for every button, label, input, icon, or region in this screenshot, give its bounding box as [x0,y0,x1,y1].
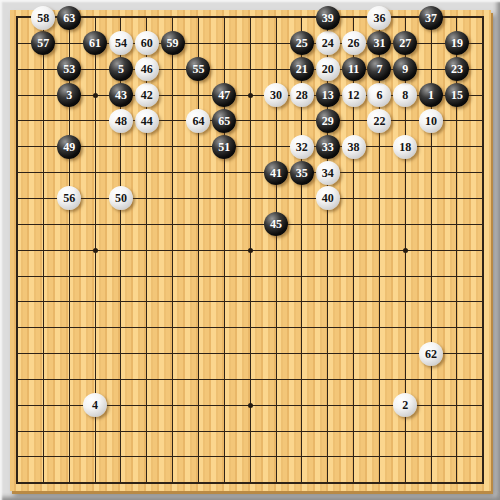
stone-black-15: 15 [445,83,469,107]
stone-move-number: 20 [322,63,334,75]
stone-black-21: 21 [290,57,314,81]
grid-line-horizontal [18,431,483,432]
stone-move-number: 39 [322,11,334,23]
stone-move-number: 58 [37,11,49,23]
stone-white-60: 60 [135,31,159,55]
stone-move-number: 30 [270,89,282,101]
stone-white-12: 12 [342,83,366,107]
stone-black-49: 49 [57,135,81,159]
stone-move-number: 32 [296,140,308,152]
stone-move-number: 36 [373,11,385,23]
stone-white-46: 46 [135,57,159,81]
stone-black-11: 11 [342,57,366,81]
stone-white-26: 26 [342,31,366,55]
stone-white-36: 36 [367,6,391,30]
stone-move-number: 9 [402,63,408,75]
stone-black-5: 5 [109,57,133,81]
stone-move-number: 63 [63,11,75,23]
stone-white-48: 48 [109,109,133,133]
stone-move-number: 41 [270,166,282,178]
grid-line-horizontal [18,301,483,302]
stone-move-number: 25 [296,37,308,49]
stone-white-58: 58 [31,6,55,30]
stone-move-number: 10 [425,114,437,126]
stone-move-number: 49 [63,140,75,152]
stone-move-number: 38 [348,140,360,152]
stone-move-number: 53 [63,63,75,75]
stone-move-number: 3 [66,89,72,101]
stone-black-39: 39 [316,6,340,30]
stone-move-number: 35 [296,166,308,178]
stone-move-number: 26 [348,37,360,49]
star-point [248,248,253,253]
stone-move-number: 55 [192,63,204,75]
stone-black-59: 59 [161,31,185,55]
stone-move-number: 48 [115,114,127,126]
stone-black-33: 33 [316,135,340,159]
stone-black-23: 23 [445,57,469,81]
star-point [93,93,98,98]
stone-white-42: 42 [135,83,159,107]
stone-black-37: 37 [419,6,443,30]
stone-move-number: 62 [425,347,437,359]
stone-white-24: 24 [316,31,340,55]
stone-move-number: 59 [167,37,179,49]
stone-black-13: 13 [316,83,340,107]
stone-move-number: 19 [451,37,463,49]
stone-move-number: 34 [322,166,334,178]
grid-line-horizontal [18,379,483,380]
star-point [248,93,253,98]
stone-move-number: 33 [322,140,334,152]
star-point [248,403,253,408]
stone-move-number: 11 [348,63,359,75]
grid-line-horizontal [18,353,483,354]
stone-move-number: 21 [296,63,308,75]
stone-move-number: 4 [92,399,98,411]
stone-move-number: 50 [115,192,127,204]
stone-black-1: 1 [419,83,443,107]
stone-move-number: 44 [141,114,153,126]
stone-black-43: 43 [109,83,133,107]
stone-move-number: 51 [218,140,230,152]
stone-move-number: 57 [37,37,49,49]
stone-white-62: 62 [419,342,443,366]
window-frame: 1234567891011121315181920212223242526272… [0,0,500,500]
stone-move-number: 37 [425,11,437,23]
stone-black-35: 35 [290,161,314,185]
stone-white-18: 18 [393,135,417,159]
stone-move-number: 1 [428,89,434,101]
go-board[interactable]: 1234567891011121315181920212223242526272… [10,10,491,491]
stone-move-number: 56 [63,192,75,204]
stone-move-number: 8 [402,89,408,101]
stone-move-number: 60 [141,37,153,49]
stone-move-number: 54 [115,37,127,49]
stone-white-34: 34 [316,161,340,185]
stone-move-number: 45 [270,218,282,230]
stone-move-number: 64 [192,114,204,126]
stone-move-number: 31 [373,37,385,49]
stone-white-40: 40 [316,186,340,210]
stone-black-29: 29 [316,109,340,133]
stone-white-28: 28 [290,83,314,107]
stone-move-number: 15 [451,89,463,101]
stone-move-number: 24 [322,37,334,49]
stone-move-number: 61 [89,37,101,49]
stone-move-number: 42 [141,89,153,101]
stone-move-number: 18 [399,140,411,152]
stone-black-41: 41 [264,161,288,185]
stone-move-number: 27 [399,37,411,49]
stone-move-number: 5 [118,63,124,75]
stone-move-number: 43 [115,89,127,101]
stone-move-number: 13 [322,89,334,101]
star-point [93,248,98,253]
grid-line-horizontal [18,276,483,277]
stone-white-10: 10 [419,109,443,133]
stone-move-number: 40 [322,192,334,204]
stone-move-number: 47 [218,89,230,101]
stone-move-number: 46 [141,63,153,75]
stone-white-32: 32 [290,135,314,159]
stone-white-30: 30 [264,83,288,107]
stone-move-number: 65 [218,114,230,126]
stone-black-63: 63 [57,6,81,30]
star-point [403,248,408,253]
stone-move-number: 2 [402,399,408,411]
grid-line-horizontal [18,327,483,328]
stone-move-number: 23 [451,63,463,75]
stone-move-number: 7 [376,63,382,75]
grid-line-horizontal [18,456,483,457]
stone-move-number: 29 [322,114,334,126]
stone-move-number: 12 [348,89,360,101]
stone-white-38: 38 [342,135,366,159]
stone-white-44: 44 [135,109,159,133]
stone-move-number: 28 [296,89,308,101]
stone-black-51: 51 [212,135,236,159]
stone-white-20: 20 [316,57,340,81]
stone-move-number: 6 [376,89,382,101]
stone-move-number: 22 [373,114,385,126]
